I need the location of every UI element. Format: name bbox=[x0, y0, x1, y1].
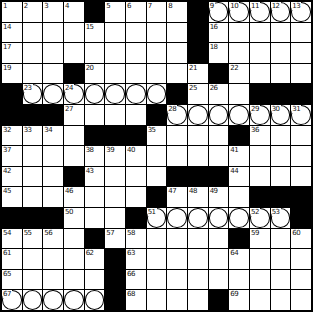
clue-number: 14 bbox=[3, 23, 12, 31]
cell-r12c11[interactable] bbox=[209, 229, 229, 249]
cell-r11c9[interactable] bbox=[167, 208, 187, 228]
cell-r4c5[interactable]: 20 bbox=[85, 64, 105, 84]
cell-r2c5[interactable]: 15 bbox=[85, 23, 105, 43]
cell-r9c1[interactable]: 42 bbox=[2, 167, 22, 187]
cell-r2c4[interactable] bbox=[64, 23, 84, 43]
cell-r7c7 bbox=[126, 126, 146, 146]
cell-r14c1[interactable]: 65 bbox=[2, 270, 22, 290]
circle-marker bbox=[147, 84, 167, 104]
cell-r3c5[interactable] bbox=[85, 43, 105, 63]
circle-marker bbox=[229, 208, 249, 228]
cell-r8c1[interactable]: 37 bbox=[2, 146, 22, 166]
cell-r10c9[interactable]: 47 bbox=[167, 187, 187, 207]
clue-number: 58 bbox=[127, 229, 136, 237]
cell-r7c3[interactable]: 34 bbox=[43, 126, 63, 146]
cell-r15c4[interactable] bbox=[64, 290, 84, 310]
cell-r14c10[interactable] bbox=[188, 270, 208, 290]
clue-number: 33 bbox=[24, 126, 33, 134]
cell-r5c2[interactable]: 23 bbox=[23, 84, 43, 104]
clue-number: 15 bbox=[86, 23, 95, 31]
cell-r10c8 bbox=[147, 187, 167, 207]
cell-r5c5[interactable] bbox=[85, 84, 105, 104]
cell-r7c11[interactable] bbox=[209, 126, 229, 146]
cell-r14c14[interactable] bbox=[271, 270, 291, 290]
cell-r4c1[interactable]: 19 bbox=[2, 64, 22, 84]
cell-r9c3[interactable] bbox=[43, 167, 63, 187]
circle-marker bbox=[43, 290, 63, 310]
cell-r12c14[interactable] bbox=[271, 229, 291, 249]
clue-number: 4 bbox=[65, 2, 70, 10]
cell-r13c2[interactable] bbox=[23, 249, 43, 269]
cell-r14c9[interactable] bbox=[167, 270, 187, 290]
clue-number: 65 bbox=[3, 270, 12, 278]
cell-r14c6 bbox=[105, 270, 125, 290]
clue-number: 12 bbox=[272, 2, 281, 10]
cell-r4c12[interactable]: 22 bbox=[229, 64, 249, 84]
clue-number: 54 bbox=[3, 229, 12, 237]
cell-r1c7[interactable]: 6 bbox=[126, 2, 146, 22]
clue-number: 46 bbox=[65, 187, 74, 195]
cell-r1c8[interactable]: 7 bbox=[147, 2, 167, 22]
cell-r12c13[interactable]: 59 bbox=[250, 229, 270, 249]
clue-number: 21 bbox=[189, 64, 198, 72]
clue-number: 3 bbox=[44, 2, 49, 10]
cell-r6c7[interactable] bbox=[126, 105, 146, 125]
clue-number: 18 bbox=[210, 43, 219, 51]
cell-r1c3[interactable]: 3 bbox=[43, 2, 63, 22]
cell-r15c6 bbox=[105, 290, 125, 310]
cell-r1c9[interactable]: 8 bbox=[167, 2, 187, 22]
cell-r1c5 bbox=[85, 2, 105, 22]
cell-r3c13[interactable] bbox=[250, 43, 270, 63]
cell-r7c13[interactable]: 36 bbox=[250, 126, 270, 146]
clue-number: 26 bbox=[210, 84, 219, 92]
cell-r2c12[interactable] bbox=[229, 23, 249, 43]
clue-number: 25 bbox=[189, 84, 198, 92]
cell-r5c15 bbox=[291, 84, 311, 104]
clue-number: 43 bbox=[86, 167, 95, 175]
cell-r15c1[interactable]: 67 bbox=[2, 290, 22, 310]
cell-r8c13[interactable] bbox=[250, 146, 270, 166]
cell-r15c7[interactable]: 68 bbox=[126, 290, 146, 310]
cell-r3c12[interactable] bbox=[229, 43, 249, 63]
cell-r6c8 bbox=[147, 105, 167, 125]
cell-r4c13[interactable] bbox=[250, 64, 270, 84]
cell-r4c2[interactable] bbox=[23, 64, 43, 84]
cell-r6c3 bbox=[43, 105, 63, 125]
cell-r9c6[interactable] bbox=[105, 167, 125, 187]
cell-r5c9 bbox=[167, 84, 187, 104]
cell-r1c14[interactable]: 12 bbox=[271, 2, 291, 22]
cell-r1c15[interactable]: 13 bbox=[291, 2, 311, 22]
cell-r8c6[interactable]: 39 bbox=[105, 146, 125, 166]
cell-r11c7 bbox=[126, 208, 146, 228]
cell-r7c12 bbox=[229, 126, 249, 146]
cell-r13c13[interactable] bbox=[250, 249, 270, 269]
clue-number: 24 bbox=[65, 84, 74, 92]
cell-r5c7[interactable] bbox=[126, 84, 146, 104]
cell-r2c14[interactable] bbox=[271, 23, 291, 43]
cell-r9c7[interactable] bbox=[126, 167, 146, 187]
cell-r11c2 bbox=[23, 208, 43, 228]
cell-r6c6[interactable] bbox=[105, 105, 125, 125]
clue-number: 52 bbox=[251, 208, 260, 216]
cell-r10c3[interactable] bbox=[43, 187, 63, 207]
cell-r13c15[interactable] bbox=[291, 249, 311, 269]
cell-r14c13[interactable] bbox=[250, 270, 270, 290]
cell-r9c10 bbox=[188, 167, 208, 187]
cell-r15c2[interactable] bbox=[23, 290, 43, 310]
cell-r5c8[interactable] bbox=[147, 84, 167, 104]
cell-r8c4[interactable] bbox=[64, 146, 84, 166]
clue-number: 11 bbox=[251, 2, 260, 10]
cell-r15c15[interactable] bbox=[291, 290, 311, 310]
cell-r15c3[interactable] bbox=[43, 290, 63, 310]
cell-r1c1[interactable]: 1 bbox=[2, 2, 22, 22]
cell-r6c10[interactable] bbox=[188, 105, 208, 125]
cell-r9c5[interactable]: 43 bbox=[85, 167, 105, 187]
clue-number: 49 bbox=[210, 187, 219, 195]
cell-r7c10[interactable] bbox=[188, 126, 208, 146]
clue-number: 23 bbox=[24, 84, 33, 92]
cell-r5c6[interactable] bbox=[105, 84, 125, 104]
cell-r12c5 bbox=[85, 229, 105, 249]
clue-number: 53 bbox=[272, 208, 281, 216]
cell-r12c1[interactable]: 54 bbox=[2, 229, 22, 249]
cell-r2c15[interactable] bbox=[291, 23, 311, 43]
cell-r12c3[interactable]: 56 bbox=[43, 229, 63, 249]
clue-number: 2 bbox=[24, 2, 29, 10]
cell-r13c9[interactable] bbox=[167, 249, 187, 269]
cell-r13c4[interactable] bbox=[64, 249, 84, 269]
cell-r4c15[interactable] bbox=[291, 64, 311, 84]
cell-r8c10[interactable] bbox=[188, 146, 208, 166]
cell-r12c8[interactable] bbox=[147, 229, 167, 249]
cell-r1c11[interactable]: 9 bbox=[209, 2, 229, 22]
cell-r12c9[interactable] bbox=[167, 229, 187, 249]
cell-r2c9[interactable] bbox=[167, 23, 187, 43]
cell-r3c15[interactable] bbox=[291, 43, 311, 63]
cell-r5c11[interactable]: 26 bbox=[209, 84, 229, 104]
cell-r9c2[interactable] bbox=[23, 167, 43, 187]
cell-r11c11[interactable] bbox=[209, 208, 229, 228]
cell-r12c12 bbox=[229, 229, 249, 249]
cell-r5c12[interactable] bbox=[229, 84, 249, 104]
circle-marker bbox=[85, 290, 105, 310]
clue-number: 68 bbox=[127, 290, 136, 298]
cell-r11c8[interactable]: 51 bbox=[147, 208, 167, 228]
cell-r4c3[interactable] bbox=[43, 64, 63, 84]
clue-number: 45 bbox=[3, 187, 12, 195]
clue-number: 60 bbox=[292, 229, 301, 237]
cell-r12c7[interactable]: 58 bbox=[126, 229, 146, 249]
cell-r9c4 bbox=[64, 167, 84, 187]
cell-r4c9[interactable] bbox=[167, 64, 187, 84]
cell-r3c8[interactable] bbox=[147, 43, 167, 63]
clue-number: 41 bbox=[230, 146, 239, 154]
cell-r15c5[interactable] bbox=[85, 290, 105, 310]
cell-r12c4[interactable] bbox=[64, 229, 84, 249]
cell-r10c7[interactable] bbox=[126, 187, 146, 207]
cell-r11c4[interactable]: 50 bbox=[64, 208, 84, 228]
cell-r3c1[interactable]: 17 bbox=[2, 43, 22, 63]
clue-number: 66 bbox=[127, 270, 136, 278]
cell-r3c10 bbox=[188, 43, 208, 63]
cell-r2c11[interactable]: 16 bbox=[209, 23, 229, 43]
cell-r9c11 bbox=[209, 167, 229, 187]
cell-r9c9 bbox=[167, 167, 187, 187]
cell-r7c9[interactable] bbox=[167, 126, 187, 146]
cell-r2c10 bbox=[188, 23, 208, 43]
cell-r11c10[interactable] bbox=[188, 208, 208, 228]
cell-r8c7[interactable]: 40 bbox=[126, 146, 146, 166]
clue-number: 64 bbox=[230, 249, 239, 257]
cell-r10c12[interactable] bbox=[229, 187, 249, 207]
cell-r6c9[interactable]: 28 bbox=[167, 105, 187, 125]
clue-number: 28 bbox=[168, 105, 177, 113]
cell-r10c1[interactable]: 45 bbox=[2, 187, 22, 207]
cell-r7c2[interactable]: 33 bbox=[23, 126, 43, 146]
clue-number: 67 bbox=[3, 290, 12, 298]
cell-r8c8[interactable] bbox=[147, 146, 167, 166]
cell-r1c6[interactable]: 5 bbox=[105, 2, 125, 22]
cell-r7c4[interactable] bbox=[64, 126, 84, 146]
clue-number: 27 bbox=[65, 105, 74, 113]
cell-r4c14[interactable] bbox=[271, 64, 291, 84]
cell-r12c6[interactable]: 57 bbox=[105, 229, 125, 249]
cell-r9c15[interactable] bbox=[291, 167, 311, 187]
cell-r2c2[interactable] bbox=[23, 23, 43, 43]
circle-marker bbox=[188, 208, 208, 228]
cell-r5c1 bbox=[2, 84, 22, 104]
cell-r10c4[interactable]: 46 bbox=[64, 187, 84, 207]
cell-r8c9[interactable] bbox=[167, 146, 187, 166]
cell-r6c2 bbox=[23, 105, 43, 125]
cell-r11c13[interactable]: 52 bbox=[250, 208, 270, 228]
cell-r3c9[interactable] bbox=[167, 43, 187, 63]
clue-number: 32 bbox=[3, 126, 12, 134]
clue-number: 47 bbox=[168, 187, 177, 195]
cell-r2c7[interactable] bbox=[126, 23, 146, 43]
circle-marker bbox=[229, 105, 249, 125]
cell-r3c14[interactable] bbox=[271, 43, 291, 63]
cell-r12c10[interactable] bbox=[188, 229, 208, 249]
cell-r10c6[interactable] bbox=[105, 187, 125, 207]
cell-r13c10[interactable] bbox=[188, 249, 208, 269]
cell-r12c2[interactable]: 55 bbox=[23, 229, 43, 249]
cell-r6c15[interactable]: 31 bbox=[291, 105, 311, 125]
cell-r11c1 bbox=[2, 208, 22, 228]
clue-number: 63 bbox=[127, 249, 136, 257]
cell-r8c14[interactable] bbox=[271, 146, 291, 166]
cell-r4c6[interactable] bbox=[105, 64, 125, 84]
cell-r2c3[interactable] bbox=[43, 23, 63, 43]
clue-number: 40 bbox=[127, 146, 136, 154]
cell-r6c4[interactable]: 27 bbox=[64, 105, 84, 125]
cell-r1c2[interactable]: 2 bbox=[23, 2, 43, 22]
cell-r10c2[interactable] bbox=[23, 187, 43, 207]
cell-r5c10[interactable]: 25 bbox=[188, 84, 208, 104]
clue-number: 42 bbox=[3, 167, 12, 175]
cell-r14c8[interactable] bbox=[147, 270, 167, 290]
cell-r1c4[interactable]: 4 bbox=[64, 2, 84, 22]
cell-r6c13[interactable]: 29 bbox=[250, 105, 270, 125]
clue-number: 38 bbox=[86, 146, 95, 154]
cell-r15c12[interactable]: 69 bbox=[229, 290, 249, 310]
cell-r4c7[interactable] bbox=[126, 64, 146, 84]
circle-marker bbox=[188, 105, 208, 125]
cell-r9c8[interactable] bbox=[147, 167, 167, 187]
cell-r2c6[interactable] bbox=[105, 23, 125, 43]
cell-r13c14[interactable] bbox=[271, 249, 291, 269]
cell-r14c7[interactable]: 66 bbox=[126, 270, 146, 290]
clue-number: 36 bbox=[251, 126, 260, 134]
cell-r5c13 bbox=[250, 84, 270, 104]
circle-marker bbox=[85, 84, 105, 104]
cell-r13c12[interactable]: 64 bbox=[229, 249, 249, 269]
circle-marker bbox=[209, 105, 229, 125]
cell-r7c8[interactable]: 35 bbox=[147, 126, 167, 146]
circle-marker bbox=[126, 84, 146, 104]
cell-r4c10[interactable]: 21 bbox=[188, 64, 208, 84]
cell-r10c10[interactable]: 48 bbox=[188, 187, 208, 207]
cell-r14c15[interactable] bbox=[291, 270, 311, 290]
cell-r2c1[interactable]: 14 bbox=[2, 23, 22, 43]
clue-number: 22 bbox=[230, 64, 239, 72]
cell-r10c15 bbox=[291, 187, 311, 207]
cell-r9c12[interactable]: 44 bbox=[229, 167, 249, 187]
clue-number: 8 bbox=[168, 2, 173, 10]
cell-r7c15[interactable] bbox=[291, 126, 311, 146]
clue-number: 6 bbox=[127, 2, 132, 10]
clue-number: 13 bbox=[292, 2, 301, 10]
clue-number: 9 bbox=[210, 2, 215, 10]
cell-r15c14[interactable] bbox=[271, 290, 291, 310]
circle-marker bbox=[23, 290, 43, 310]
cell-r10c13 bbox=[250, 187, 270, 207]
clue-number: 69 bbox=[230, 290, 239, 298]
cell-r14c12[interactable] bbox=[229, 270, 249, 290]
cell-r4c8[interactable] bbox=[147, 64, 167, 84]
cell-r8c12[interactable]: 41 bbox=[229, 146, 249, 166]
cell-r14c4[interactable] bbox=[64, 270, 84, 290]
cell-r2c8[interactable] bbox=[147, 23, 167, 43]
circle-marker bbox=[105, 84, 125, 104]
cell-r15c9[interactable] bbox=[167, 290, 187, 310]
cell-r13c1[interactable]: 61 bbox=[2, 249, 22, 269]
cell-r9c13[interactable] bbox=[250, 167, 270, 187]
cell-r1c13[interactable]: 11 bbox=[250, 2, 270, 22]
cell-r15c8[interactable] bbox=[147, 290, 167, 310]
cell-r9c14[interactable] bbox=[271, 167, 291, 187]
cell-r14c2[interactable] bbox=[23, 270, 43, 290]
clue-number: 35 bbox=[148, 126, 157, 134]
cell-r11c5[interactable] bbox=[85, 208, 105, 228]
cell-r4c11 bbox=[209, 64, 229, 84]
clue-number: 50 bbox=[65, 208, 74, 216]
clue-number: 1 bbox=[3, 2, 8, 10]
cell-r2c13[interactable] bbox=[250, 23, 270, 43]
cell-r13c11[interactable] bbox=[209, 249, 229, 269]
cell-r10c5[interactable] bbox=[85, 187, 105, 207]
cell-r8c11[interactable] bbox=[209, 146, 229, 166]
circle-marker bbox=[209, 208, 229, 228]
cell-r15c10[interactable] bbox=[188, 290, 208, 310]
cell-r13c7[interactable]: 63 bbox=[126, 249, 146, 269]
cell-r14c3[interactable] bbox=[43, 270, 63, 290]
cell-r5c14 bbox=[271, 84, 291, 104]
cell-r13c6 bbox=[105, 249, 125, 269]
cell-r1c10 bbox=[188, 2, 208, 22]
clue-number: 37 bbox=[3, 146, 12, 154]
clue-number: 48 bbox=[189, 187, 198, 195]
cell-r7c14[interactable] bbox=[271, 126, 291, 146]
cell-r6c14[interactable]: 30 bbox=[271, 105, 291, 125]
cell-r8c15[interactable] bbox=[291, 146, 311, 166]
cell-r13c5[interactable]: 62 bbox=[85, 249, 105, 269]
clue-number: 62 bbox=[86, 249, 95, 257]
cell-r3c2[interactable] bbox=[23, 43, 43, 63]
cell-r3c7[interactable] bbox=[126, 43, 146, 63]
clue-number: 19 bbox=[3, 64, 12, 72]
cell-r14c5[interactable] bbox=[85, 270, 105, 290]
cell-r7c5 bbox=[85, 126, 105, 146]
clue-number: 59 bbox=[251, 229, 260, 237]
cell-r5c3[interactable] bbox=[43, 84, 63, 104]
cell-r3c6[interactable] bbox=[105, 43, 125, 63]
clue-number: 57 bbox=[106, 229, 115, 237]
cell-r14c11[interactable] bbox=[209, 270, 229, 290]
clue-number: 39 bbox=[106, 146, 115, 154]
cell-r3c4[interactable] bbox=[64, 43, 84, 63]
cell-r11c3 bbox=[43, 208, 63, 228]
clue-number: 31 bbox=[292, 105, 301, 113]
clue-number: 34 bbox=[44, 126, 53, 134]
crossword-board: 1234567891011121314151617181920212223242… bbox=[0, 0, 313, 312]
cell-r15c13[interactable] bbox=[250, 290, 270, 310]
crossword-grid: 1234567891011121314151617181920212223242… bbox=[0, 0, 313, 312]
cell-r6c12[interactable] bbox=[229, 105, 249, 125]
circle-marker bbox=[43, 84, 63, 104]
cell-r6c5[interactable] bbox=[85, 105, 105, 125]
cell-r13c3[interactable] bbox=[43, 249, 63, 269]
cell-r7c6 bbox=[105, 126, 125, 146]
circle-marker bbox=[64, 290, 84, 310]
cell-r11c14[interactable]: 53 bbox=[271, 208, 291, 228]
cell-r11c6[interactable] bbox=[105, 208, 125, 228]
cell-r3c11[interactable]: 18 bbox=[209, 43, 229, 63]
clue-number: 44 bbox=[230, 167, 239, 175]
cell-r7c1[interactable]: 32 bbox=[2, 126, 22, 146]
cell-r8c3[interactable] bbox=[43, 146, 63, 166]
cell-r10c11[interactable]: 49 bbox=[209, 187, 229, 207]
cell-r8c5[interactable]: 38 bbox=[85, 146, 105, 166]
cell-r13c8[interactable] bbox=[147, 249, 167, 269]
cell-r1c12[interactable]: 10 bbox=[229, 2, 249, 22]
clue-number: 16 bbox=[210, 23, 219, 31]
cell-r8c2[interactable] bbox=[23, 146, 43, 166]
clue-number: 29 bbox=[251, 105, 260, 113]
cell-r11c12[interactable] bbox=[229, 208, 249, 228]
clue-number: 51 bbox=[148, 208, 157, 216]
cell-r4c4 bbox=[64, 64, 84, 84]
cell-r12c15[interactable]: 60 bbox=[291, 229, 311, 249]
cell-r3c3[interactable] bbox=[43, 43, 63, 63]
clue-number: 5 bbox=[106, 2, 111, 10]
cell-r6c11[interactable] bbox=[209, 105, 229, 125]
cell-r5c4[interactable]: 24 bbox=[64, 84, 84, 104]
clue-number: 61 bbox=[3, 249, 12, 257]
